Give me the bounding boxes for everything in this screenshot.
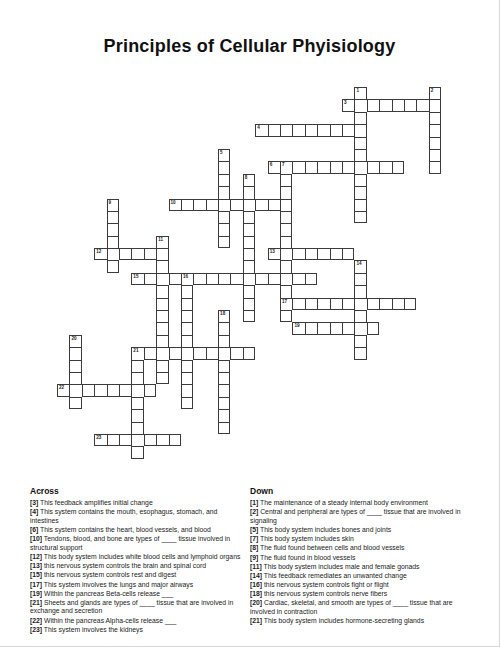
grid-cell — [193, 199, 205, 211]
grid-cell — [181, 360, 193, 372]
grid-cell: 7 — [280, 161, 292, 173]
grid-cell — [243, 310, 255, 322]
grid-cell — [218, 223, 230, 235]
grid-cell — [292, 273, 304, 285]
clue-number: 9 — [109, 200, 112, 205]
grid-cell — [305, 124, 317, 136]
clue-number: 13 — [270, 249, 275, 254]
grid-cell — [342, 248, 354, 260]
grid-cell — [379, 298, 391, 310]
grid-cell — [218, 384, 230, 396]
grid-cell — [429, 99, 441, 111]
crossword-grid: 1234567891011121314151617181920212223 — [57, 87, 441, 459]
grid-cell — [330, 298, 342, 310]
grid-cell — [69, 384, 81, 396]
grid-cell — [268, 199, 280, 211]
grid-cell — [292, 248, 304, 260]
grid-cell: 2 — [429, 87, 441, 99]
grid-cell — [367, 322, 379, 334]
grid-cell — [181, 384, 193, 396]
clue-number: 5 — [220, 150, 223, 155]
grid-cell — [280, 211, 292, 223]
clue: [10] Tendons, blood, and bone are types … — [30, 535, 247, 552]
grid-cell — [354, 310, 366, 322]
grid-cell — [156, 372, 168, 384]
grid-cell — [69, 360, 81, 372]
clue-number-label: [23] — [30, 626, 42, 633]
clue-number: 19 — [294, 323, 299, 328]
clue: [9] The fluid found in blood vessels — [250, 554, 471, 563]
grid-cell — [119, 384, 131, 396]
grid-cell: 22 — [57, 384, 69, 396]
clue: [11] This body system includes male and … — [250, 563, 471, 572]
grid-cell: 19 — [292, 322, 304, 334]
grid-cell — [193, 347, 205, 359]
grid-cell — [429, 149, 441, 161]
clue: [8] The fluid found between cells and bl… — [250, 544, 471, 553]
grid-cell: 14 — [354, 260, 366, 272]
grid-cell — [354, 347, 366, 359]
grid-cell — [218, 397, 230, 409]
across-clues-section: Across [3] This feedback amplifies initi… — [30, 487, 247, 635]
grid-cell — [243, 236, 255, 248]
clue-number-label: [15] — [30, 571, 42, 578]
clue: [5] This body system includes bones and … — [250, 526, 471, 535]
grid-cell — [206, 347, 218, 359]
grid-cell — [280, 236, 292, 248]
grid-cell — [144, 273, 156, 285]
grid-cell: 16 — [181, 273, 193, 285]
grid-cell — [354, 199, 366, 211]
grid-cell — [156, 347, 168, 359]
clue: [21] This body system includes hormone-s… — [250, 617, 471, 626]
clue: [23] This system involves the kidneys — [30, 626, 247, 635]
grid-cell: 11 — [156, 236, 168, 248]
grid-cell — [218, 174, 230, 186]
clue: [3] This feedback amplifies initial chan… — [30, 499, 247, 508]
clue-number-label: [3] — [30, 499, 38, 506]
page: { "game": "crossword", "title": "Princip… — [0, 0, 500, 647]
grid-cell — [268, 273, 280, 285]
clue-number: 20 — [71, 336, 76, 341]
clue-number: 11 — [158, 237, 163, 242]
grid-cell: 20 — [69, 335, 81, 347]
grid-cell — [305, 248, 317, 260]
grid-cell — [156, 322, 168, 334]
grid-cell — [230, 347, 242, 359]
grid-cell: 3 — [342, 99, 354, 111]
grid-cell — [342, 322, 354, 334]
grid-cell — [218, 161, 230, 173]
clue-number-label: [8] — [250, 544, 258, 551]
grid-cell — [156, 285, 168, 297]
clue-number-label: [22] — [30, 617, 42, 624]
grid-cell: 15 — [131, 273, 143, 285]
grid-cell — [354, 322, 366, 334]
clue-number-label: [10] — [30, 535, 42, 542]
clue-number-label: [11] — [250, 563, 262, 570]
grid-cell: 5 — [218, 149, 230, 161]
down-clue-list: [1] The maintenance of a steady internal… — [250, 499, 471, 626]
clue-number-label: [13] — [30, 562, 42, 569]
grid-cell — [131, 434, 143, 446]
page-title: Principles of Cellular Phyisiology — [0, 36, 499, 57]
grid-cell — [354, 186, 366, 198]
grid-cell — [193, 273, 205, 285]
grid-cell — [305, 161, 317, 173]
grid-cell — [292, 298, 304, 310]
grid-cell — [156, 260, 168, 272]
clue: [6] This system contains the heart, bloo… — [30, 526, 247, 535]
grid-cell — [280, 174, 292, 186]
grid-cell — [280, 223, 292, 235]
grid-cell: 17 — [280, 298, 292, 310]
grid-cell — [280, 199, 292, 211]
grid-cell — [131, 372, 143, 384]
grid-cell — [429, 112, 441, 124]
grid-cell — [156, 335, 168, 347]
grid-cell — [230, 273, 242, 285]
grid-cell — [107, 236, 119, 248]
grid-cell — [305, 273, 317, 285]
grid-cell — [280, 186, 292, 198]
grid-cell — [404, 99, 416, 111]
clue-number: 12 — [96, 249, 101, 254]
down-clues-section: Down [1] The maintenance of a steady int… — [250, 487, 471, 626]
clue-number-label: [21] — [250, 617, 262, 624]
clue-number-label: [5] — [250, 526, 258, 533]
grid-cell — [218, 199, 230, 211]
clue-number-label: [12] — [30, 553, 42, 560]
grid-cell — [429, 137, 441, 149]
grid-cell — [169, 347, 181, 359]
clue: [21] Sheets and glands are types of ____… — [30, 599, 247, 616]
clue-number-label: [2] — [250, 508, 258, 515]
grid-cell — [342, 298, 354, 310]
clue-number-label: [17] — [30, 581, 42, 588]
grid-cell — [218, 236, 230, 248]
grid-cell — [230, 199, 242, 211]
grid-cell: 23 — [94, 434, 106, 446]
grid-cell — [404, 298, 416, 310]
grid-cell: 12 — [94, 248, 106, 260]
grid-cell — [367, 99, 379, 111]
grid-cell — [354, 174, 366, 186]
clue-number-label: [6] — [30, 526, 38, 533]
grid-cell — [218, 360, 230, 372]
grid-cell — [280, 260, 292, 272]
across-header: Across — [30, 487, 247, 496]
grid-cell — [119, 248, 131, 260]
clue-number-label: [20] — [250, 599, 262, 606]
clue: [15] this nervous system controls rest a… — [30, 571, 247, 580]
grid-cell — [218, 186, 230, 198]
grid-cell — [156, 434, 168, 446]
grid-cell: 21 — [131, 347, 143, 359]
grid-cell — [416, 99, 428, 111]
grid-cell — [317, 322, 329, 334]
clue: [13] this nervous system controls the br… — [30, 562, 247, 571]
grid-cell — [342, 161, 354, 173]
grid-cell — [144, 347, 156, 359]
grid-cell — [131, 360, 143, 372]
grid-cell — [243, 273, 255, 285]
grid-cell — [379, 99, 391, 111]
grid-cell — [131, 409, 143, 421]
clue-number: 23 — [96, 435, 101, 440]
grid-cell — [206, 199, 218, 211]
grid-cell — [354, 99, 366, 111]
grid-cell — [354, 137, 366, 149]
grid-cell — [255, 273, 267, 285]
grid-cell — [317, 161, 329, 173]
grid-cell — [255, 199, 267, 211]
clue-number: 3 — [344, 100, 347, 105]
grid-cell — [181, 285, 193, 297]
clue-number-label: [14] — [250, 572, 262, 579]
grid-cell — [354, 124, 366, 136]
clue-number: 16 — [183, 274, 188, 279]
grid-cell — [317, 124, 329, 136]
clue: [19] Within the pancreas Beta-cells rele… — [30, 590, 247, 599]
grid-cell — [317, 248, 329, 260]
grid-cell — [292, 161, 304, 173]
grid-cell — [144, 384, 156, 396]
grid-cell — [156, 248, 168, 260]
clue-number: 1 — [356, 88, 359, 93]
grid-cell — [367, 298, 379, 310]
grid-cell — [429, 124, 441, 136]
clue-number: 15 — [133, 274, 138, 279]
clue: [20] Cardiac, skeletal, and smooth are t… — [250, 599, 471, 616]
grid-cell: 18 — [218, 310, 230, 322]
clue: [22] Within the pancreas Alpha-cells rel… — [30, 617, 247, 626]
grid-cell — [392, 298, 404, 310]
grid-cell — [354, 112, 366, 124]
grid-cell — [243, 260, 255, 272]
clue-number: 17 — [282, 299, 287, 304]
grid-cell — [181, 347, 193, 359]
grid-cell — [330, 248, 342, 260]
grid-cell: 6 — [268, 161, 280, 173]
grid-cell — [181, 335, 193, 347]
grid-cell — [94, 384, 106, 396]
grid-cell — [305, 298, 317, 310]
clue-number: 6 — [270, 162, 273, 167]
grid-cell — [367, 161, 379, 173]
grid-cell — [156, 298, 168, 310]
clue: [16] this nervous system controls fight … — [250, 581, 471, 590]
grid-cell — [156, 273, 168, 285]
grid-cell — [181, 322, 193, 334]
clue-number: 21 — [133, 348, 138, 353]
grid-cell — [131, 384, 143, 396]
grid-cell — [354, 273, 366, 285]
grid-cell — [218, 211, 230, 223]
grid-cell — [354, 211, 366, 223]
grid-cell: 13 — [268, 248, 280, 260]
grid-cell: 8 — [243, 174, 255, 186]
grid-cell — [330, 161, 342, 173]
grid-cell — [280, 285, 292, 297]
clue-number-label: [18] — [250, 590, 262, 597]
grid-cell — [181, 397, 193, 409]
grid-cell — [156, 360, 168, 372]
grid-cell: 1 — [354, 87, 366, 99]
clue-number-label: [9] — [250, 554, 258, 561]
clue: [4] This system contains the mouth, esop… — [30, 508, 247, 525]
grid-cell: 9 — [107, 199, 119, 211]
grid-cell — [354, 149, 366, 161]
grid-cell — [181, 199, 193, 211]
clue: [18] this nervous system controls nerve … — [250, 590, 471, 599]
grid-cell — [107, 384, 119, 396]
grid-cell — [131, 422, 143, 434]
clue-number-label: [19] — [30, 590, 42, 597]
clue-number: 4 — [257, 125, 260, 130]
grid-cell — [317, 298, 329, 310]
across-clue-list: [3] This feedback amplifies initial chan… — [30, 499, 247, 634]
grid-cell — [243, 298, 255, 310]
grid-cell — [280, 273, 292, 285]
grid-cell — [156, 310, 168, 322]
clue: [7] This body system includes skin — [250, 535, 471, 544]
grid-cell — [107, 223, 119, 235]
grid-cell — [243, 186, 255, 198]
grid-cell — [268, 124, 280, 136]
grid-cell — [69, 397, 81, 409]
grid-cell — [69, 372, 81, 384]
grid-cell — [342, 124, 354, 136]
grid-cell — [243, 347, 255, 359]
grid-cell — [218, 322, 230, 334]
grid-cell — [330, 124, 342, 136]
grid-cell — [144, 434, 156, 446]
grid-cell — [280, 248, 292, 260]
grid-cell — [243, 248, 255, 260]
grid-cell — [243, 285, 255, 297]
clue-number: 22 — [59, 385, 64, 390]
grid-cell — [354, 335, 366, 347]
clue-number: 14 — [356, 261, 361, 266]
grid-cell — [243, 211, 255, 223]
grid-cell — [218, 347, 230, 359]
grid-cell — [218, 372, 230, 384]
grid-cell — [119, 434, 131, 446]
clue-number: 8 — [245, 175, 248, 180]
grid-cell — [379, 161, 391, 173]
grid-cell — [181, 372, 193, 384]
grid-cell — [69, 347, 81, 359]
clue: [12] This body system includes white blo… — [30, 553, 247, 562]
grid-cell — [131, 446, 143, 458]
grid-cell — [107, 260, 119, 272]
clue: [1] The maintenance of a steady internal… — [250, 499, 471, 508]
grid-cell — [206, 273, 218, 285]
grid-cell — [107, 248, 119, 260]
clue-number-label: [21] — [30, 599, 42, 606]
grid-cell — [354, 285, 366, 297]
grid-cell — [280, 310, 292, 322]
grid-cell — [392, 99, 404, 111]
clue-number-label: [4] — [30, 508, 38, 515]
grid-cell — [305, 322, 317, 334]
grid-cell — [131, 397, 143, 409]
grid-cell — [107, 211, 119, 223]
clue: [17] This system involves the lungs and … — [30, 581, 247, 590]
clue-number: 18 — [220, 311, 225, 316]
grid-cell — [354, 161, 366, 173]
grid-cell — [131, 248, 143, 260]
clue-number-label: [1] — [250, 499, 258, 506]
clue: [14] This feedback remediates an unwante… — [250, 572, 471, 581]
grid-cell — [181, 310, 193, 322]
clue-number: 10 — [171, 200, 176, 205]
grid-cell — [330, 322, 342, 334]
grid-cell: 10 — [169, 199, 181, 211]
grid-cell — [169, 273, 181, 285]
grid-cell — [243, 199, 255, 211]
grid-cell — [218, 422, 230, 434]
grid-cell — [82, 384, 94, 396]
grid-cell — [144, 248, 156, 260]
grid-cell — [392, 161, 404, 173]
grid-cell — [218, 409, 230, 421]
down-header: Down — [250, 487, 471, 496]
clue-number: 7 — [282, 162, 285, 167]
clue-number: 2 — [431, 88, 434, 93]
grid-cell — [169, 434, 181, 446]
grid-cell — [354, 298, 366, 310]
clue-number-label: [16] — [250, 581, 262, 588]
grid-cell — [181, 298, 193, 310]
clue: [2] Central and peripheral are types of … — [250, 508, 471, 525]
grid-cell — [218, 273, 230, 285]
grid-cell — [280, 124, 292, 136]
grid-cell — [107, 434, 119, 446]
grid-cell — [218, 335, 230, 347]
grid-cell — [429, 161, 441, 173]
clue-number-label: [7] — [250, 535, 258, 542]
grid-cell — [292, 124, 304, 136]
grid-cell: 4 — [255, 124, 267, 136]
grid-cell — [243, 223, 255, 235]
